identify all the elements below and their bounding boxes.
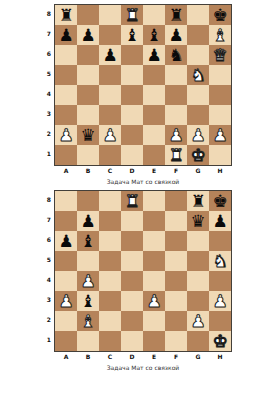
square-h4[interactable]: [209, 271, 231, 291]
rank-label-1: 1: [42, 144, 54, 164]
piece-white-pawn[interactable]: ♟: [55, 291, 77, 311]
square-g1[interactable]: ♚: [187, 145, 209, 165]
square-h5[interactable]: ♞: [209, 251, 231, 271]
chess-board-2: 87654321 ♜♜♚♟♛♟♟♝♞♟♟♝♟♟♝♟♚ ABCDEFGH Зада…: [42, 190, 272, 371]
square-e6[interactable]: ♟: [143, 45, 165, 65]
square-c4[interactable]: [99, 271, 121, 291]
square-g5[interactable]: ♞: [187, 65, 209, 85]
square-a5[interactable]: [55, 251, 77, 271]
square-g4[interactable]: [187, 271, 209, 291]
square-a2[interactable]: [55, 311, 77, 331]
square-c3[interactable]: [99, 291, 121, 311]
piece-white-rook[interactable]: ♜: [121, 191, 143, 211]
piece-black-rook[interactable]: ♜: [187, 191, 209, 211]
piece-black-pawn[interactable]: ♟: [209, 211, 231, 231]
file-label-h: H: [209, 352, 231, 361]
square-d4[interactable]: [121, 85, 143, 105]
square-c5[interactable]: [99, 65, 121, 85]
square-c2[interactable]: [99, 311, 121, 331]
piece-white-pawn[interactable]: ♟: [187, 311, 209, 331]
square-b2[interactable]: ♛: [77, 125, 99, 145]
square-g7[interactable]: ♛: [187, 211, 209, 231]
square-f2[interactable]: [165, 311, 187, 331]
file-label-h: H: [209, 166, 231, 175]
square-d6[interactable]: [121, 231, 143, 251]
square-h3[interactable]: [209, 105, 231, 125]
square-d7[interactable]: [121, 211, 143, 231]
square-b1[interactable]: [77, 145, 99, 165]
rank-label-2: 2: [42, 124, 54, 144]
piece-white-pawn[interactable]: ♟: [143, 291, 165, 311]
square-b8[interactable]: [77, 5, 99, 25]
rank-label-3: 3: [42, 104, 54, 124]
piece-white-knight[interactable]: ♞: [187, 65, 209, 85]
file-label-b: B: [77, 166, 99, 175]
square-g7[interactable]: [187, 25, 209, 45]
square-b8[interactable]: [77, 191, 99, 211]
rank-label-8: 8: [42, 190, 54, 210]
file-label-e: E: [143, 166, 165, 175]
board-1-caption: Задача Мат со связкой: [55, 178, 231, 185]
piece-black-pawn[interactable]: ♟: [99, 45, 121, 65]
square-c6[interactable]: ♟: [99, 45, 121, 65]
square-e7[interactable]: [143, 211, 165, 231]
square-b6[interactable]: [77, 45, 99, 65]
square-e7[interactable]: ♝: [143, 25, 165, 45]
square-g2[interactable]: ♟: [187, 125, 209, 145]
file-label-a: A: [55, 166, 77, 175]
square-h2[interactable]: [209, 311, 231, 331]
square-h8[interactable]: ♚: [209, 191, 231, 211]
square-d4[interactable]: [121, 271, 143, 291]
rank-label-7: 7: [42, 24, 54, 44]
square-g1[interactable]: [187, 331, 209, 351]
square-d3[interactable]: [121, 105, 143, 125]
board-2-caption: Задача Мат со связкой: [55, 364, 231, 371]
square-g8[interactable]: ♜: [187, 191, 209, 211]
square-e2[interactable]: [143, 311, 165, 331]
page: 87654321 ♜♜♜♚♟♟♝♝♟♝♟♟♞♛♞♟♛♟♟♟♟♜♚ ABCDEFG…: [0, 0, 272, 396]
rank-labels-board-2: 87654321: [42, 190, 54, 350]
square-c8[interactable]: [99, 5, 121, 25]
square-f3[interactable]: [165, 291, 187, 311]
piece-white-rook[interactable]: ♜: [165, 145, 187, 165]
square-h1[interactable]: ♚: [209, 331, 231, 351]
square-e8[interactable]: [143, 5, 165, 25]
square-e2[interactable]: [143, 125, 165, 145]
chess-board-1: 87654321 ♜♜♜♚♟♟♝♝♟♝♟♟♞♛♞♟♛♟♟♟♟♜♚ ABCDEFG…: [42, 4, 272, 185]
square-h2[interactable]: ♟: [209, 125, 231, 145]
rank-label-7: 7: [42, 210, 54, 230]
square-e8[interactable]: [143, 191, 165, 211]
square-e4[interactable]: [143, 271, 165, 291]
square-f2[interactable]: ♟: [165, 125, 187, 145]
square-g3[interactable]: [187, 291, 209, 311]
square-d2[interactable]: [121, 311, 143, 331]
square-f1[interactable]: ♜: [165, 145, 187, 165]
square-g5[interactable]: [187, 251, 209, 271]
square-b4[interactable]: ♟: [77, 271, 99, 291]
rank-labels-board-1: 87654321: [42, 4, 54, 164]
square-e1[interactable]: [143, 145, 165, 165]
square-d1[interactable]: [121, 145, 143, 165]
file-label-c: C: [99, 166, 121, 175]
square-b2[interactable]: ♝: [77, 311, 99, 331]
square-d3[interactable]: [121, 291, 143, 311]
square-b7[interactable]: ♟: [77, 25, 99, 45]
square-b7[interactable]: ♟: [77, 211, 99, 231]
piece-black-bishop[interactable]: ♝: [143, 25, 165, 45]
square-c6[interactable]: [99, 231, 121, 251]
square-a1[interactable]: [55, 145, 77, 165]
piece-black-king[interactable]: ♚: [209, 5, 231, 25]
piece-white-pawn[interactable]: ♟: [77, 271, 99, 291]
rank-label-1: 1: [42, 330, 54, 350]
file-label-a: A: [55, 352, 77, 361]
piece-black-pawn[interactable]: ♟: [55, 25, 77, 45]
square-d7[interactable]: ♝: [121, 25, 143, 45]
square-a7[interactable]: [55, 211, 77, 231]
piece-white-pawn[interactable]: ♟: [187, 125, 209, 145]
square-c1[interactable]: [99, 145, 121, 165]
piece-black-bishop[interactable]: ♝: [77, 291, 99, 311]
file-label-e: E: [143, 352, 165, 361]
piece-white-king[interactable]: ♚: [209, 331, 231, 351]
piece-white-pawn[interactable]: ♟: [209, 291, 231, 311]
square-a1[interactable]: [55, 331, 77, 351]
rank-label-4: 4: [42, 270, 54, 290]
square-b3[interactable]: [77, 105, 99, 125]
file-label-c: C: [99, 352, 121, 361]
square-g8[interactable]: [187, 5, 209, 25]
piece-black-pawn[interactable]: ♟: [77, 211, 99, 231]
square-f7[interactable]: ♟: [165, 25, 187, 45]
square-a2[interactable]: ♟: [55, 125, 77, 145]
square-c7[interactable]: [99, 211, 121, 231]
square-d6[interactable]: [121, 45, 143, 65]
rank-label-2: 2: [42, 310, 54, 330]
square-e5[interactable]: [143, 251, 165, 271]
rank-label-8: 8: [42, 4, 54, 24]
piece-white-queen[interactable]: ♛: [209, 45, 231, 65]
square-h6[interactable]: ♛: [209, 45, 231, 65]
piece-white-knight[interactable]: ♞: [209, 251, 231, 271]
piece-black-pawn[interactable]: ♟: [77, 25, 99, 45]
file-label-d: D: [121, 352, 143, 361]
rank-label-5: 5: [42, 250, 54, 270]
square-h5[interactable]: [209, 65, 231, 85]
square-a4[interactable]: [55, 271, 77, 291]
square-d5[interactable]: [121, 251, 143, 271]
square-g6[interactable]: [187, 45, 209, 65]
square-f8[interactable]: [165, 191, 187, 211]
square-e4[interactable]: [143, 85, 165, 105]
file-label-f: F: [165, 166, 187, 175]
square-g3[interactable]: [187, 105, 209, 125]
square-b3[interactable]: ♝: [77, 291, 99, 311]
piece-black-pawn[interactable]: ♟: [165, 25, 187, 45]
file-label-g: G: [187, 352, 209, 361]
board-grid-1: ♜♜♜♚♟♟♝♝♟♝♟♟♞♛♞♟♛♟♟♟♟♜♚: [54, 4, 232, 166]
square-d5[interactable]: [121, 65, 143, 85]
file-label-g: G: [187, 166, 209, 175]
square-f1[interactable]: [165, 331, 187, 351]
square-c3[interactable]: [99, 105, 121, 125]
piece-white-king[interactable]: ♚: [187, 145, 209, 165]
file-label-b: B: [77, 352, 99, 361]
rank-label-5: 5: [42, 64, 54, 84]
square-a5[interactable]: [55, 65, 77, 85]
square-e1[interactable]: [143, 331, 165, 351]
file-label-d: D: [121, 166, 143, 175]
square-f3[interactable]: [165, 105, 187, 125]
piece-black-queen[interactable]: ♛: [187, 211, 209, 231]
square-c4[interactable]: [99, 85, 121, 105]
square-h7[interactable]: ♟: [209, 211, 231, 231]
square-a4[interactable]: [55, 85, 77, 105]
square-b1[interactable]: [77, 331, 99, 351]
square-a3[interactable]: [55, 105, 77, 125]
piece-black-pawn[interactable]: ♟: [143, 45, 165, 65]
piece-white-rook[interactable]: ♜: [121, 5, 143, 25]
piece-black-bishop[interactable]: ♝: [121, 25, 143, 45]
square-h7[interactable]: ♝: [209, 25, 231, 45]
piece-white-pawn[interactable]: ♟: [55, 125, 77, 145]
piece-black-rook[interactable]: ♜: [165, 5, 187, 25]
square-f4[interactable]: [165, 85, 187, 105]
file-labels-board-1: ABCDEFGH: [55, 166, 272, 175]
square-f6[interactable]: ♞: [165, 45, 187, 65]
piece-black-queen[interactable]: ♛: [77, 125, 99, 145]
square-e3[interactable]: [143, 105, 165, 125]
square-d8[interactable]: ♜: [121, 5, 143, 25]
square-b5[interactable]: [77, 251, 99, 271]
piece-white-bishop[interactable]: ♝: [209, 25, 231, 45]
square-c8[interactable]: [99, 191, 121, 211]
square-f5[interactable]: [165, 65, 187, 85]
rank-label-4: 4: [42, 84, 54, 104]
board-grid-2: ♜♜♚♟♛♟♟♝♞♟♟♝♟♟♝♟♚: [54, 190, 232, 352]
square-b4[interactable]: [77, 85, 99, 105]
square-c5[interactable]: [99, 251, 121, 271]
square-f5[interactable]: [165, 251, 187, 271]
square-d2[interactable]: [121, 125, 143, 145]
piece-white-pawn[interactable]: ♟: [99, 125, 121, 145]
square-h1[interactable]: [209, 145, 231, 165]
square-a6[interactable]: ♟: [55, 231, 77, 251]
file-labels-board-2: ABCDEFGH: [55, 352, 272, 361]
square-f7[interactable]: [165, 211, 187, 231]
piece-white-bishop[interactable]: ♝: [77, 311, 99, 331]
square-a8[interactable]: [55, 191, 77, 211]
rank-label-6: 6: [42, 230, 54, 250]
square-a8[interactable]: ♜: [55, 5, 77, 25]
square-a7[interactable]: ♟: [55, 25, 77, 45]
square-d8[interactable]: ♜: [121, 191, 143, 211]
square-b5[interactable]: [77, 65, 99, 85]
rank-label-3: 3: [42, 290, 54, 310]
square-d1[interactable]: [121, 331, 143, 351]
square-f8[interactable]: ♜: [165, 5, 187, 25]
piece-black-bishop[interactable]: ♝: [77, 231, 99, 251]
square-g2[interactable]: ♟: [187, 311, 209, 331]
piece-black-pawn[interactable]: ♟: [55, 231, 77, 251]
square-h4[interactable]: [209, 85, 231, 105]
square-a6[interactable]: [55, 45, 77, 65]
rank-label-6: 6: [42, 44, 54, 64]
piece-black-rook[interactable]: ♜: [55, 5, 77, 25]
square-h6[interactable]: [209, 231, 231, 251]
square-f6[interactable]: [165, 231, 187, 251]
piece-black-knight[interactable]: ♞: [165, 45, 187, 65]
square-a3[interactable]: ♟: [55, 291, 77, 311]
square-c7[interactable]: [99, 25, 121, 45]
file-label-f: F: [165, 352, 187, 361]
square-g4[interactable]: [187, 85, 209, 105]
square-e5[interactable]: [143, 65, 165, 85]
square-c2[interactable]: ♟: [99, 125, 121, 145]
piece-white-pawn[interactable]: ♟: [165, 125, 187, 145]
square-h3[interactable]: ♟: [209, 291, 231, 311]
piece-white-pawn[interactable]: ♟: [209, 125, 231, 145]
square-b6[interactable]: ♝: [77, 231, 99, 251]
square-e6[interactable]: [143, 231, 165, 251]
square-g6[interactable]: [187, 231, 209, 251]
square-h8[interactable]: ♚: [209, 5, 231, 25]
square-c1[interactable]: [99, 331, 121, 351]
square-f4[interactable]: [165, 271, 187, 291]
square-e3[interactable]: ♟: [143, 291, 165, 311]
piece-black-king[interactable]: ♚: [209, 191, 231, 211]
